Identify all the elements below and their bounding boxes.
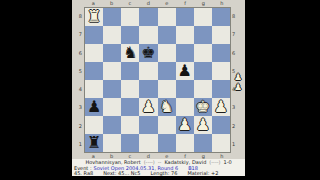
black-pawn-f5[interactable]: ♟ bbox=[178, 63, 192, 79]
file-labels-top: abcdefgh bbox=[84, 0, 231, 7]
square-c8[interactable] bbox=[121, 8, 139, 26]
square-g4[interactable] bbox=[194, 80, 212, 98]
black-player-rating: (----) bbox=[209, 159, 220, 165]
game-result: 1-0 bbox=[223, 159, 231, 165]
square-f1[interactable] bbox=[176, 134, 194, 152]
square-b5[interactable] bbox=[103, 62, 121, 80]
square-d4[interactable] bbox=[139, 80, 157, 98]
square-a5[interactable] bbox=[85, 62, 103, 80]
next-move: Next: 45... Nc5 bbox=[103, 170, 140, 176]
rank-labels-left: 87654321 bbox=[72, 7, 83, 153]
square-g5[interactable] bbox=[194, 62, 212, 80]
square-h4[interactable] bbox=[212, 80, 230, 98]
square-g6[interactable] bbox=[194, 44, 212, 62]
file-label-h: h bbox=[213, 0, 231, 7]
square-b7[interactable] bbox=[103, 26, 121, 44]
square-d2[interactable] bbox=[139, 116, 157, 134]
square-a7[interactable] bbox=[85, 26, 103, 44]
square-e5[interactable] bbox=[158, 62, 176, 80]
rank-label-8: 8 bbox=[79, 7, 82, 25]
square-b4[interactable] bbox=[103, 80, 121, 98]
square-a6[interactable] bbox=[85, 44, 103, 62]
black-rook-a1[interactable]: ♜ bbox=[87, 135, 101, 151]
square-d5[interactable] bbox=[139, 62, 157, 80]
black-king-d6[interactable]: ♚ bbox=[141, 45, 155, 61]
white-knight-e3[interactable]: ♞ bbox=[159, 99, 173, 115]
white-rook-a8[interactable]: ♜ bbox=[87, 9, 101, 25]
file-label-g: g bbox=[194, 0, 212, 7]
square-g2[interactable]: ♟ bbox=[194, 116, 212, 134]
square-h5[interactable] bbox=[212, 62, 230, 80]
square-c2[interactable] bbox=[121, 116, 139, 134]
square-c4[interactable] bbox=[121, 80, 139, 98]
square-e8[interactable] bbox=[158, 8, 176, 26]
game-info-footer: Hovhannisyan, Robert (----) -- Kadatskiy… bbox=[72, 159, 245, 176]
material-balance: Material: +2 bbox=[187, 170, 218, 176]
square-a8[interactable]: ♜ bbox=[85, 8, 103, 26]
rank-label-6: 6 bbox=[232, 44, 235, 62]
square-f6[interactable] bbox=[176, 44, 194, 62]
black-knight-c6[interactable]: ♞ bbox=[123, 45, 137, 61]
square-a1[interactable]: ♜ bbox=[85, 134, 103, 152]
rank-label-6: 6 bbox=[79, 44, 82, 62]
square-a4[interactable] bbox=[85, 80, 103, 98]
rank-label-1: 1 bbox=[79, 135, 82, 153]
material-pawn-icon: ♟ bbox=[234, 82, 242, 92]
square-d8[interactable] bbox=[139, 8, 157, 26]
square-e6[interactable] bbox=[158, 44, 176, 62]
square-c3[interactable] bbox=[121, 98, 139, 116]
rank-label-1: 1 bbox=[232, 135, 235, 153]
square-f4[interactable] bbox=[176, 80, 194, 98]
rank-label-4: 4 bbox=[79, 80, 82, 98]
square-d3[interactable]: ♟ bbox=[139, 98, 157, 116]
square-g3[interactable]: ♚ bbox=[194, 98, 212, 116]
material-pawn-icon: ♟ bbox=[234, 72, 242, 82]
square-c7[interactable] bbox=[121, 26, 139, 44]
rank-label-3: 3 bbox=[232, 98, 235, 116]
square-f5[interactable]: ♟ bbox=[176, 62, 194, 80]
rank-label-5: 5 bbox=[79, 62, 82, 80]
square-g7[interactable] bbox=[194, 26, 212, 44]
chess-board: ♜♞♚♟♟♟♞♚♟♟♟♜ bbox=[84, 7, 231, 153]
video-frame: abcdefgh 87654321 ♜♞♚♟♟♟♞♚♟♟♟♜ 87654321 … bbox=[0, 0, 320, 180]
rank-label-3: 3 bbox=[79, 98, 82, 116]
rank-label-2: 2 bbox=[232, 117, 235, 135]
white-king-g3[interactable]: ♚ bbox=[196, 99, 210, 115]
square-e7[interactable] bbox=[158, 26, 176, 44]
square-d6[interactable]: ♚ bbox=[139, 44, 157, 62]
square-c5[interactable] bbox=[121, 62, 139, 80]
square-h3[interactable]: ♟ bbox=[212, 98, 230, 116]
file-label-f: f bbox=[176, 0, 194, 7]
square-d1[interactable] bbox=[139, 134, 157, 152]
square-e2[interactable] bbox=[158, 116, 176, 134]
square-h7[interactable] bbox=[212, 26, 230, 44]
white-pawn-h3[interactable]: ♟ bbox=[214, 99, 228, 115]
white-pawn-g2[interactable]: ♟ bbox=[196, 117, 210, 133]
square-f3[interactable] bbox=[176, 98, 194, 116]
captured-material-tray: ♟♟ bbox=[234, 72, 242, 92]
square-c1[interactable] bbox=[121, 134, 139, 152]
file-label-e: e bbox=[158, 0, 176, 7]
square-a2[interactable] bbox=[85, 116, 103, 134]
square-b3[interactable] bbox=[103, 98, 121, 116]
file-label-d: d bbox=[139, 0, 157, 7]
square-e3[interactable]: ♞ bbox=[158, 98, 176, 116]
chess-app-panel: abcdefgh 87654321 ♜♞♚♟♟♟♞♚♟♟♟♜ 87654321 … bbox=[72, 0, 245, 176]
white-pawn-d3[interactable]: ♟ bbox=[141, 99, 155, 115]
square-f2[interactable]: ♟ bbox=[176, 116, 194, 134]
square-b1[interactable] bbox=[103, 134, 121, 152]
square-g8[interactable] bbox=[194, 8, 212, 26]
square-f7[interactable] bbox=[176, 26, 194, 44]
square-d7[interactable] bbox=[139, 26, 157, 44]
square-b2[interactable] bbox=[103, 116, 121, 134]
file-label-c: c bbox=[121, 0, 139, 7]
rank-label-8: 8 bbox=[232, 7, 235, 25]
square-h2[interactable] bbox=[212, 116, 230, 134]
current-move: 45. Ra8 bbox=[74, 170, 93, 176]
square-f8[interactable] bbox=[176, 8, 194, 26]
rank-label-7: 7 bbox=[232, 25, 235, 43]
square-h1[interactable] bbox=[212, 134, 230, 152]
game-length: Length: 76 bbox=[150, 170, 177, 176]
rank-label-7: 7 bbox=[79, 25, 82, 43]
square-e1[interactable] bbox=[158, 134, 176, 152]
black-pawn-a3[interactable]: ♟ bbox=[87, 99, 101, 115]
square-h6[interactable] bbox=[212, 44, 230, 62]
square-c6[interactable]: ♞ bbox=[121, 44, 139, 62]
white-pawn-f2[interactable]: ♟ bbox=[178, 117, 192, 133]
square-b8[interactable] bbox=[103, 8, 121, 26]
rank-label-2: 2 bbox=[79, 117, 82, 135]
square-b6[interactable] bbox=[103, 44, 121, 62]
square-h8[interactable] bbox=[212, 8, 230, 26]
square-e4[interactable] bbox=[158, 80, 176, 98]
file-label-a: a bbox=[84, 0, 102, 7]
square-g1[interactable] bbox=[194, 134, 212, 152]
square-a3[interactable]: ♟ bbox=[85, 98, 103, 116]
file-label-b: b bbox=[102, 0, 120, 7]
